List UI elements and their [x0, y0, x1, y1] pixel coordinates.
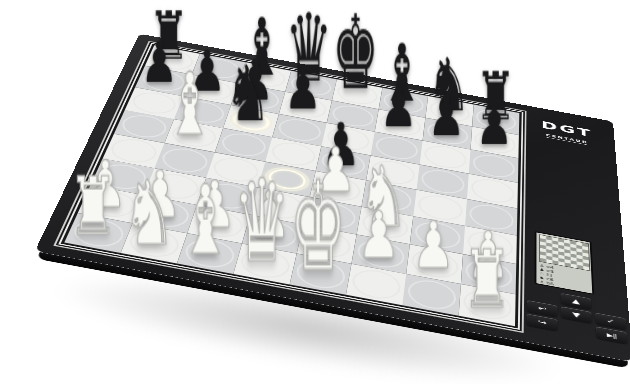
epaper-display: ♙ e4♟ e5♘ f3♞ c6♗ b5	[535, 231, 595, 295]
piece-white-bishop-c1[interactable]: ♝	[177, 172, 234, 268]
square-e1[interactable]: ♚	[290, 254, 352, 295]
square-d1[interactable]: ♛	[233, 243, 296, 284]
piece-white-pawn-g2[interactable]: ♟	[406, 213, 462, 278]
display-move-list: ♙ e4♟ e5♘ f3♞ c6♗ b5	[539, 263, 589, 293]
piece-black-pawn-f7[interactable]: ♟	[374, 79, 423, 136]
piece-black-pawn-h7[interactable]: ♟	[470, 96, 519, 153]
dgt-logo: DGT CENTAUR	[532, 118, 603, 148]
product-photo-stage: ♜♝♛♚♝♞♜♟♟♟♟♟♟♟♞♝♟♟♞♟♟♟♟♟♟♟♜♞♝♛♚♜ DGT CEN…	[0, 0, 630, 384]
piece-white-queen-d1[interactable]: ♛	[233, 164, 290, 278]
square-h1[interactable]: ♜	[459, 284, 516, 326]
board-frame: ♜♝♛♚♝♞♜♟♟♟♟♟♟♟♞♝♟♟♞♟♟♟♟♟♟♟♜♞♝♛♚♜ DGT CEN…	[35, 34, 630, 362]
piece-white-knight-b1[interactable]: ♞	[121, 168, 178, 257]
down-button[interactable]: ▼	[561, 306, 592, 323]
board-tilt-wrapper: ♜♝♛♚♝♞♜♟♟♟♟♟♟♟♞♝♟♟♞♟♟♟♟♟♟♟♜♞♝♛♚♜ DGT CEN…	[18, 0, 630, 384]
piece-black-knight-c6[interactable]: ♞	[223, 54, 273, 131]
piece-white-bishop-b5[interactable]: ♝	[164, 61, 215, 147]
piece-white-rook-a1[interactable]: ♜	[64, 167, 121, 247]
piece-white-rook-h1[interactable]: ♜	[458, 240, 515, 320]
piece-black-king-e8[interactable]: ♚	[332, 2, 379, 104]
piece-black-pawn-d7[interactable]: ♟	[279, 61, 328, 118]
display-move-row-4: ♗ b5	[539, 280, 589, 293]
piece-white-pawn-f2[interactable]: ♟	[351, 203, 407, 268]
button-cluster: ▲ ↩ ▼ ✓ ↪ ▶||	[527, 287, 628, 344]
piece-white-king-e1[interactable]: ♚	[289, 165, 346, 288]
piece-black-pawn-g7[interactable]: ♟	[422, 88, 471, 145]
hint-button[interactable]: ↪	[527, 314, 558, 331]
board-grid: ♜♝♛♚♝♞♜♟♟♟♟♟♟♟♞♝♟♟♞♟♟♟♟♟♟♟♜♞♝♛♚♜	[64, 45, 519, 326]
